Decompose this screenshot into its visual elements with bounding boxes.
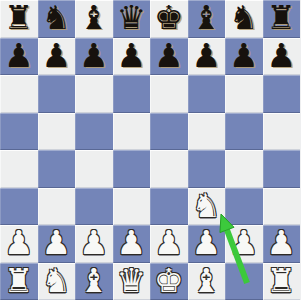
- square-h8[interactable]: ♜: [263, 0, 301, 38]
- chess-board: ♜♞♝♛♚♝♞♜♟♟♟♟♟♟♟♟♞♟♟♟♟♟♟♟♟♜♞♝♛♚♝♜: [0, 0, 300, 300]
- square-c6[interactable]: [75, 75, 113, 113]
- piece-black-knight[interactable]: ♞: [41, 1, 71, 34]
- piece-black-pawn[interactable]: ♟: [41, 39, 71, 72]
- piece-black-queen[interactable]: ♛: [116, 1, 146, 34]
- square-b3[interactable]: [38, 188, 76, 226]
- square-e7[interactable]: ♟: [150, 38, 188, 76]
- square-e6[interactable]: [150, 75, 188, 113]
- square-g6[interactable]: [225, 75, 263, 113]
- square-d3[interactable]: [113, 188, 151, 226]
- piece-black-bishop[interactable]: ♝: [79, 1, 109, 34]
- piece-white-pawn[interactable]: ♟: [191, 226, 221, 259]
- square-a5[interactable]: [0, 113, 38, 151]
- piece-black-pawn[interactable]: ♟: [191, 39, 221, 72]
- chess-board-area: ♜♞♝♛♚♝♞♜♟♟♟♟♟♟♟♟♞♟♟♟♟♟♟♟♟♜♞♝♛♚♝♜: [0, 0, 300, 300]
- square-c3[interactable]: [75, 188, 113, 226]
- piece-black-pawn[interactable]: ♟: [229, 39, 259, 72]
- piece-black-pawn[interactable]: ♟: [154, 39, 184, 72]
- piece-white-knight[interactable]: ♞: [191, 189, 221, 222]
- square-c4[interactable]: [75, 150, 113, 188]
- square-g1[interactable]: [225, 263, 263, 300]
- square-e5[interactable]: [150, 113, 188, 151]
- square-a2[interactable]: ♟: [0, 225, 38, 263]
- square-d7[interactable]: ♟: [113, 38, 151, 76]
- piece-white-bishop[interactable]: ♝: [191, 264, 221, 297]
- piece-white-pawn[interactable]: ♟: [41, 226, 71, 259]
- square-f7[interactable]: ♟: [188, 38, 226, 76]
- square-h3[interactable]: [263, 188, 301, 226]
- square-b5[interactable]: [38, 113, 76, 151]
- square-d1[interactable]: ♛: [113, 263, 151, 300]
- square-c1[interactable]: ♝: [75, 263, 113, 300]
- piece-black-bishop[interactable]: ♝: [191, 1, 221, 34]
- piece-white-pawn[interactable]: ♟: [154, 226, 184, 259]
- square-h5[interactable]: [263, 113, 301, 151]
- piece-black-pawn[interactable]: ♟: [79, 39, 109, 72]
- piece-white-bishop[interactable]: ♝: [79, 264, 109, 297]
- piece-black-knight[interactable]: ♞: [229, 1, 259, 34]
- square-f8[interactable]: ♝: [188, 0, 226, 38]
- piece-black-rook[interactable]: ♜: [266, 1, 296, 34]
- square-a6[interactable]: [0, 75, 38, 113]
- square-f4[interactable]: [188, 150, 226, 188]
- square-b6[interactable]: [38, 75, 76, 113]
- square-b8[interactable]: ♞: [38, 0, 76, 38]
- square-f5[interactable]: [188, 113, 226, 151]
- square-g8[interactable]: ♞: [225, 0, 263, 38]
- square-f2[interactable]: ♟: [188, 225, 226, 263]
- square-d6[interactable]: [113, 75, 151, 113]
- square-f6[interactable]: [188, 75, 226, 113]
- square-g2[interactable]: ♟: [225, 225, 263, 263]
- square-g3[interactable]: [225, 188, 263, 226]
- piece-black-pawn[interactable]: ♟: [116, 39, 146, 72]
- square-d2[interactable]: ♟: [113, 225, 151, 263]
- square-d4[interactable]: [113, 150, 151, 188]
- square-h1[interactable]: ♜: [263, 263, 301, 300]
- square-g5[interactable]: [225, 113, 263, 151]
- square-h2[interactable]: ♟: [263, 225, 301, 263]
- square-a4[interactable]: [0, 150, 38, 188]
- square-d8[interactable]: ♛: [113, 0, 151, 38]
- piece-white-pawn[interactable]: ♟: [266, 226, 296, 259]
- square-h4[interactable]: [263, 150, 301, 188]
- square-b4[interactable]: [38, 150, 76, 188]
- piece-white-rook[interactable]: ♜: [266, 264, 296, 297]
- square-h6[interactable]: [263, 75, 301, 113]
- square-e2[interactable]: ♟: [150, 225, 188, 263]
- piece-white-knight[interactable]: ♞: [41, 264, 71, 297]
- square-a1[interactable]: ♜: [0, 263, 38, 300]
- square-b1[interactable]: ♞: [38, 263, 76, 300]
- square-e1[interactable]: ♚: [150, 263, 188, 300]
- square-b2[interactable]: ♟: [38, 225, 76, 263]
- square-g4[interactable]: [225, 150, 263, 188]
- piece-black-rook[interactable]: ♜: [4, 1, 34, 34]
- square-f3[interactable]: ♞: [188, 188, 226, 226]
- piece-white-pawn[interactable]: ♟: [4, 226, 34, 259]
- square-d5[interactable]: [113, 113, 151, 151]
- square-h7[interactable]: ♟: [263, 38, 301, 76]
- square-e4[interactable]: [150, 150, 188, 188]
- piece-white-king[interactable]: ♚: [154, 264, 184, 297]
- square-a3[interactable]: [0, 188, 38, 226]
- piece-white-rook[interactable]: ♜: [4, 264, 34, 297]
- square-b7[interactable]: ♟: [38, 38, 76, 76]
- piece-white-pawn[interactable]: ♟: [229, 226, 259, 259]
- square-a8[interactable]: ♜: [0, 0, 38, 38]
- square-a7[interactable]: ♟: [0, 38, 38, 76]
- square-c5[interactable]: [75, 113, 113, 151]
- piece-white-queen[interactable]: ♛: [116, 264, 146, 297]
- piece-black-pawn[interactable]: ♟: [266, 39, 296, 72]
- square-e3[interactable]: [150, 188, 188, 226]
- square-g7[interactable]: ♟: [225, 38, 263, 76]
- square-c8[interactable]: ♝: [75, 0, 113, 38]
- square-e8[interactable]: ♚: [150, 0, 188, 38]
- square-c7[interactable]: ♟: [75, 38, 113, 76]
- piece-black-pawn[interactable]: ♟: [4, 39, 34, 72]
- piece-black-king[interactable]: ♚: [154, 1, 184, 34]
- piece-white-pawn[interactable]: ♟: [79, 226, 109, 259]
- piece-white-pawn[interactable]: ♟: [116, 226, 146, 259]
- square-c2[interactable]: ♟: [75, 225, 113, 263]
- square-f1[interactable]: ♝: [188, 263, 226, 300]
